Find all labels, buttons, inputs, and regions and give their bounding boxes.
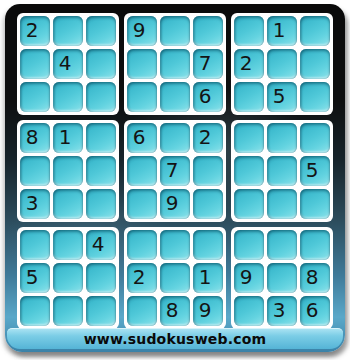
block-4: 813 bbox=[17, 120, 119, 222]
cell-r6c3[interactable] bbox=[86, 189, 116, 219]
given-digit: 2 bbox=[26, 20, 39, 40]
cell-r9c5[interactable]: 8 bbox=[160, 296, 190, 326]
given-digit: 9 bbox=[133, 20, 146, 40]
cell-r1c6[interactable] bbox=[193, 16, 223, 46]
given-digit: 3 bbox=[273, 300, 286, 320]
cell-r8c5[interactable] bbox=[160, 263, 190, 293]
cell-r5c6[interactable] bbox=[193, 156, 223, 186]
cell-r4c5[interactable] bbox=[160, 123, 190, 153]
given-digit: 4 bbox=[59, 53, 72, 73]
cell-r5c7[interactable] bbox=[234, 156, 264, 186]
cell-r4c3[interactable] bbox=[86, 123, 116, 153]
cell-r3c4[interactable] bbox=[127, 82, 157, 112]
cell-r9c2[interactable] bbox=[53, 296, 83, 326]
given-digit: 2 bbox=[240, 53, 253, 73]
block-1: 24 bbox=[17, 13, 119, 115]
given-digit: 8 bbox=[26, 127, 39, 147]
cell-r9c1[interactable] bbox=[20, 296, 50, 326]
cell-r1c1[interactable]: 2 bbox=[20, 16, 50, 46]
cell-r9c8[interactable]: 3 bbox=[267, 296, 297, 326]
cell-r3c6[interactable]: 6 bbox=[193, 82, 223, 112]
board-frame: 24976125813627954521899836 www.sudokuswe… bbox=[5, 4, 345, 352]
cell-r6c6[interactable] bbox=[193, 189, 223, 219]
cell-r3c8[interactable]: 5 bbox=[267, 82, 297, 112]
cell-r4c4[interactable]: 6 bbox=[127, 123, 157, 153]
cell-r2c6[interactable]: 7 bbox=[193, 49, 223, 79]
cell-r4c6[interactable]: 2 bbox=[193, 123, 223, 153]
cell-r3c9[interactable] bbox=[300, 82, 330, 112]
block-3: 125 bbox=[231, 13, 333, 115]
cell-r4c1[interactable]: 8 bbox=[20, 123, 50, 153]
cell-r7c5[interactable] bbox=[160, 230, 190, 260]
cell-r7c7[interactable] bbox=[234, 230, 264, 260]
cell-r1c7[interactable] bbox=[234, 16, 264, 46]
given-digit: 6 bbox=[199, 86, 212, 106]
cell-r5c5[interactable]: 7 bbox=[160, 156, 190, 186]
cell-r2c5[interactable] bbox=[160, 49, 190, 79]
given-digit: 1 bbox=[199, 267, 212, 287]
given-digit: 9 bbox=[240, 267, 253, 287]
cell-r7c8[interactable] bbox=[267, 230, 297, 260]
cell-r5c4[interactable] bbox=[127, 156, 157, 186]
cell-r8c2[interactable] bbox=[53, 263, 83, 293]
cell-r3c7[interactable] bbox=[234, 82, 264, 112]
cell-r4c9[interactable] bbox=[300, 123, 330, 153]
given-digit: 3 bbox=[26, 193, 39, 213]
block-6: 5 bbox=[231, 120, 333, 222]
cell-r2c1[interactable] bbox=[20, 49, 50, 79]
cell-r9c7[interactable] bbox=[234, 296, 264, 326]
cell-r3c1[interactable] bbox=[20, 82, 50, 112]
cell-r8c7[interactable]: 9 bbox=[234, 263, 264, 293]
cell-r1c5[interactable] bbox=[160, 16, 190, 46]
cell-r8c1[interactable]: 5 bbox=[20, 263, 50, 293]
cell-r7c9[interactable] bbox=[300, 230, 330, 260]
cell-r9c3[interactable] bbox=[86, 296, 116, 326]
given-digit: 1 bbox=[59, 127, 72, 147]
cell-r2c4[interactable] bbox=[127, 49, 157, 79]
cell-r6c5[interactable]: 9 bbox=[160, 189, 190, 219]
cell-r6c9[interactable] bbox=[300, 189, 330, 219]
given-digit: 4 bbox=[92, 234, 105, 254]
cell-r8c3[interactable] bbox=[86, 263, 116, 293]
cell-r1c2[interactable] bbox=[53, 16, 83, 46]
cell-r5c1[interactable] bbox=[20, 156, 50, 186]
cell-r1c9[interactable] bbox=[300, 16, 330, 46]
cell-r5c3[interactable] bbox=[86, 156, 116, 186]
cell-r3c5[interactable] bbox=[160, 82, 190, 112]
given-digit: 5 bbox=[26, 267, 39, 287]
cell-r1c3[interactable] bbox=[86, 16, 116, 46]
given-digit: 2 bbox=[133, 267, 146, 287]
cell-r8c6[interactable]: 1 bbox=[193, 263, 223, 293]
cell-r2c7[interactable]: 2 bbox=[234, 49, 264, 79]
block-7: 45 bbox=[17, 227, 119, 329]
cell-r1c8[interactable]: 1 bbox=[267, 16, 297, 46]
given-digit: 5 bbox=[273, 86, 286, 106]
cell-r7c2[interactable] bbox=[53, 230, 83, 260]
cell-r8c9[interactable]: 8 bbox=[300, 263, 330, 293]
given-digit: 9 bbox=[199, 300, 212, 320]
given-digit: 6 bbox=[133, 127, 146, 147]
cell-r5c2[interactable] bbox=[53, 156, 83, 186]
page: 24976125813627954521899836 www.sudokuswe… bbox=[0, 0, 350, 360]
given-digit: 1 bbox=[273, 20, 286, 40]
block-5: 6279 bbox=[124, 120, 226, 222]
website-link[interactable]: www.sudokusweb.com bbox=[84, 331, 267, 347]
cell-r1c4[interactable]: 9 bbox=[127, 16, 157, 46]
cell-r7c3[interactable]: 4 bbox=[86, 230, 116, 260]
cell-r2c9[interactable] bbox=[300, 49, 330, 79]
cell-r2c3[interactable] bbox=[86, 49, 116, 79]
cell-r3c2[interactable] bbox=[53, 82, 83, 112]
cell-r2c8[interactable] bbox=[267, 49, 297, 79]
cell-r4c2[interactable]: 1 bbox=[53, 123, 83, 153]
cell-r5c8[interactable] bbox=[267, 156, 297, 186]
cell-r8c8[interactable] bbox=[267, 263, 297, 293]
cell-r9c6[interactable]: 9 bbox=[193, 296, 223, 326]
given-digit: 7 bbox=[166, 160, 179, 180]
given-digit: 5 bbox=[306, 160, 319, 180]
given-digit: 9 bbox=[166, 193, 179, 213]
given-digit: 6 bbox=[306, 300, 319, 320]
given-digit: 8 bbox=[306, 267, 319, 287]
cell-r8c4[interactable]: 2 bbox=[127, 263, 157, 293]
cell-r6c4[interactable] bbox=[127, 189, 157, 219]
block-9: 9836 bbox=[231, 227, 333, 329]
cell-r6c1[interactable]: 3 bbox=[20, 189, 50, 219]
cell-r6c7[interactable] bbox=[234, 189, 264, 219]
cell-r7c4[interactable] bbox=[127, 230, 157, 260]
block-8: 2189 bbox=[124, 227, 226, 329]
given-digit: 8 bbox=[166, 300, 179, 320]
cell-r4c7[interactable] bbox=[234, 123, 264, 153]
cell-r7c1[interactable] bbox=[20, 230, 50, 260]
given-digit: 7 bbox=[199, 53, 212, 73]
sudoku-board: 24976125813627954521899836 bbox=[17, 13, 333, 329]
footer-bar: www.sudokusweb.com bbox=[7, 328, 343, 349]
cell-r3c3[interactable] bbox=[86, 82, 116, 112]
cell-r4c8[interactable] bbox=[267, 123, 297, 153]
block-2: 976 bbox=[124, 13, 226, 115]
given-digit: 2 bbox=[199, 127, 212, 147]
cell-r7c6[interactable] bbox=[193, 230, 223, 260]
cell-r5c9[interactable]: 5 bbox=[300, 156, 330, 186]
cell-r6c8[interactable] bbox=[267, 189, 297, 219]
cell-r9c4[interactable] bbox=[127, 296, 157, 326]
cell-r2c2[interactable]: 4 bbox=[53, 49, 83, 79]
cell-r9c9[interactable]: 6 bbox=[300, 296, 330, 326]
cell-r6c2[interactable] bbox=[53, 189, 83, 219]
